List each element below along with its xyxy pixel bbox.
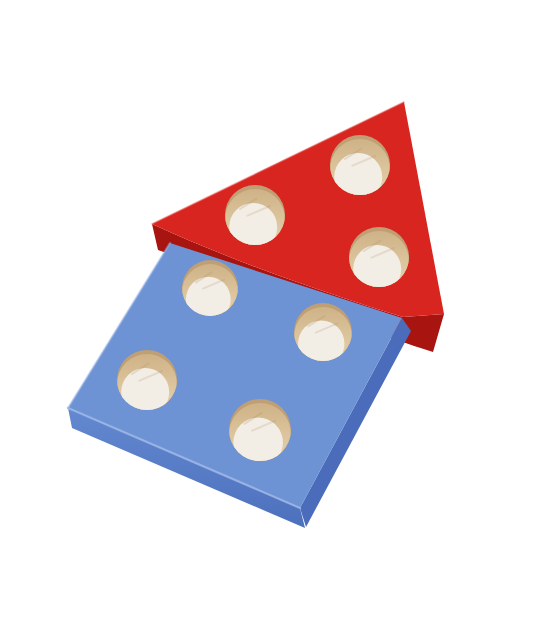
product-photo: [0, 0, 550, 630]
photo-stage: [0, 0, 550, 630]
wooden-toy-scene: [0, 0, 550, 630]
